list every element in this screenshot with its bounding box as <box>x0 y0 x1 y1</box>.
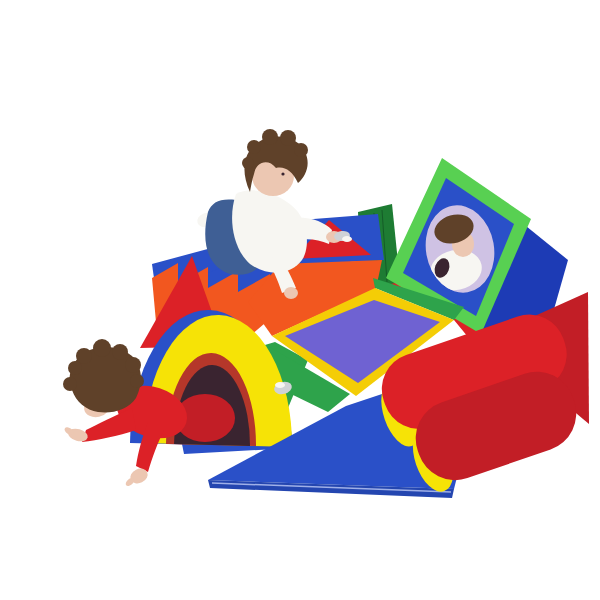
child-eye <box>281 172 284 175</box>
soft-play-climber-photo: Two toddlers playing on a colorful soft … <box>40 16 600 600</box>
toy2-highlight <box>275 382 285 388</box>
scene-canvas <box>40 16 600 600</box>
toy-highlight <box>342 236 352 242</box>
support-hand <box>284 287 298 299</box>
